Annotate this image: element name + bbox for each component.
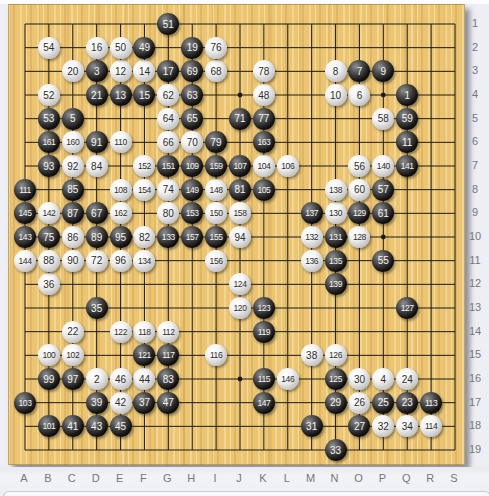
stone-white-E17: 42 [110,392,132,414]
stone-white-B11: 88 [38,250,60,272]
stone-white-E6: 110 [110,131,132,153]
stone-black-D10: 89 [86,226,108,248]
column-label-J: J [236,472,242,484]
stone-black-N17: 29 [325,392,347,414]
stone-white-D7: 84 [86,155,108,177]
row-label-13: 13 [469,301,481,313]
column-label-Q: Q [402,472,411,484]
stone-black-D9: 67 [86,202,108,224]
stone-black-D13: 35 [86,297,108,319]
row-label-16: 16 [469,372,481,384]
stone-black-N12: 139 [325,273,347,295]
stone-black-H2: 19 [181,37,203,59]
stone-white-M10: 132 [301,226,323,248]
stone-black-A8: 111 [14,179,36,201]
column-label-C: C [68,472,76,484]
stone-white-C15: 102 [62,344,84,366]
stone-black-B16: 99 [38,368,60,390]
stone-white-I2: 76 [205,37,227,59]
stone-white-P5: 58 [372,108,394,130]
go-diagram-page: 1234567891011121314151617192021222324252… [0,0,489,496]
stone-white-E14: 122 [110,321,132,343]
stone-white-N4: 10 [325,84,347,106]
stone-white-C10: 86 [62,226,84,248]
star-point-P10 [381,235,386,240]
stone-white-N15: 126 [325,344,347,366]
column-label-O: O [354,472,363,484]
column-label-B: B [44,472,51,484]
stone-white-O17: 26 [348,392,370,414]
column-label-G: G [163,472,172,484]
stone-black-M18: 31 [301,415,323,437]
column-label-I: I [214,472,217,484]
stone-white-F8: 154 [133,179,155,201]
row-label-17: 17 [469,396,481,408]
stone-white-N3: 8 [325,60,347,82]
stone-white-J10: 94 [229,226,251,248]
stone-black-C8: 85 [62,179,84,201]
stone-white-N9: 130 [325,202,347,224]
row-label-18: 18 [469,419,481,431]
stone-white-G14: 112 [157,321,179,343]
stone-white-E2: 50 [110,37,132,59]
stone-white-K7: 104 [253,155,275,177]
stone-black-K8: 105 [253,179,275,201]
stone-black-R17: 113 [420,392,442,414]
stone-white-D2: 16 [86,37,108,59]
stone-white-K4: 48 [253,84,275,106]
stone-black-N19: 33 [325,439,347,461]
stone-black-D18: 43 [86,415,108,437]
row-label-8: 8 [472,183,478,195]
row-label-4: 4 [472,88,478,100]
stone-black-J7: 107 [229,155,251,177]
stone-black-K16: 115 [253,368,275,390]
stone-white-B4: 52 [38,84,60,106]
stone-white-C14: 22 [62,321,84,343]
stone-black-H5: 65 [181,108,203,130]
stone-black-P8: 57 [372,179,394,201]
stone-black-P11: 55 [372,250,394,272]
stone-black-J5: 71 [229,108,251,130]
row-label-9: 9 [472,206,478,218]
stone-white-L7: 106 [277,155,299,177]
stone-white-E3: 12 [110,60,132,82]
star-point-J4 [238,93,243,98]
stone-white-G8: 74 [157,179,179,201]
stone-black-C16: 97 [62,368,84,390]
stone-white-F14: 118 [133,321,155,343]
column-label-S: S [450,472,457,484]
row-label-3: 3 [472,64,478,76]
row-label-15: 15 [469,348,481,360]
stone-white-M11: 136 [301,250,323,272]
stone-black-J8: 81 [229,179,251,201]
stone-black-Q5: 59 [396,108,418,130]
row-label-11: 11 [469,254,480,266]
stone-white-E16: 46 [110,368,132,390]
star-point-J16 [238,377,243,382]
row-label-14: 14 [469,325,481,337]
row-label-1: 1 [472,17,478,29]
stone-black-A10: 143 [14,226,36,248]
stone-white-L16: 146 [277,368,299,390]
row-label-2: 2 [472,41,478,53]
stone-white-I11: 156 [205,250,227,272]
stone-white-C6: 160 [62,131,84,153]
stone-black-E4: 13 [110,84,132,106]
column-label-M: M [306,472,315,484]
lower-panel-edge [3,491,489,496]
stone-black-C5: 5 [62,108,84,130]
column-label-R: R [426,472,434,484]
stone-white-B2: 54 [38,37,60,59]
stone-black-M9: 137 [301,202,323,224]
stone-black-B10: 75 [38,226,60,248]
row-label-12: 12 [469,277,481,289]
stone-black-F17: 37 [133,392,155,414]
stone-black-D3: 3 [86,60,108,82]
stone-black-K17: 147 [253,392,275,414]
stone-white-A11: 144 [14,250,36,272]
stone-white-M15: 38 [301,344,323,366]
stone-black-E18: 45 [110,415,132,437]
stone-white-I8: 148 [205,179,227,201]
goban[interactable]: 1234567891011121314151617192021222324252… [8,4,465,465]
stone-white-G5: 64 [157,108,179,130]
star-point-P4 [381,93,386,98]
stone-black-N10: 131 [325,226,347,248]
column-label-N: N [331,472,339,484]
stone-black-A17: 103 [14,392,36,414]
column-label-K: K [259,472,266,484]
column-label-A: A [20,472,27,484]
stone-white-C7: 92 [62,155,84,177]
stone-white-E8: 108 [110,179,132,201]
stone-black-N16: 125 [325,368,347,390]
stone-black-C9: 87 [62,202,84,224]
stone-white-E9: 162 [110,202,132,224]
stone-black-B5: 53 [38,108,60,130]
row-label-19: 19 [469,443,481,455]
stone-black-B7: 93 [38,155,60,177]
stone-black-D17: 39 [86,392,108,414]
stone-black-Q17: 23 [396,392,418,414]
stone-black-I7: 159 [205,155,227,177]
column-label-P: P [379,472,386,484]
row-label-10: 10 [469,230,481,242]
stone-black-N11: 135 [325,250,347,272]
stone-white-C11: 90 [62,250,84,272]
stone-white-O8: 60 [348,179,370,201]
row-label-6: 6 [472,135,478,147]
stone-black-K5: 77 [253,108,275,130]
column-label-F: F [140,472,147,484]
column-label-E: E [116,472,123,484]
column-label-D: D [92,472,100,484]
stone-white-J13: 120 [229,297,251,319]
stone-black-K13: 123 [253,297,275,319]
stone-white-D11: 72 [86,250,108,272]
stone-black-K14: 119 [253,321,275,343]
stone-black-C18: 41 [62,415,84,437]
stone-white-N8: 138 [325,179,347,201]
stone-white-F11: 134 [133,250,155,272]
stone-black-P17: 25 [372,392,394,414]
stone-black-I10: 155 [205,226,227,248]
stone-white-D16: 2 [86,368,108,390]
stone-black-G17: 47 [157,392,179,414]
stone-black-D6: 91 [86,131,108,153]
stone-white-E11: 96 [110,250,132,272]
column-label-H: H [187,472,195,484]
stone-black-F2: 49 [133,37,155,59]
stone-black-E10: 95 [110,226,132,248]
row-label-7: 7 [472,159,478,171]
stone-black-H8: 149 [181,179,203,201]
stone-black-D4: 21 [86,84,108,106]
stone-white-C3: 20 [62,60,84,82]
column-label-L: L [284,472,290,484]
row-label-5: 5 [472,112,478,124]
